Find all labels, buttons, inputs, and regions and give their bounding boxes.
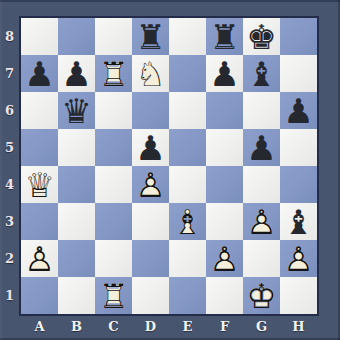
rank-label-6: 6 (0, 92, 19, 129)
square-d7[interactable]: ♞♘ (132, 55, 169, 92)
piece-white-bishop-fill: ♝ (169, 203, 206, 240)
square-g7[interactable]: ♝ (243, 55, 280, 92)
square-a1[interactable] (21, 277, 58, 314)
square-h5[interactable] (280, 129, 317, 166)
square-a7[interactable]: ♟ (21, 55, 58, 92)
square-c7[interactable]: ♜♖ (95, 55, 132, 92)
square-g6[interactable] (243, 92, 280, 129)
file-label-e: E (169, 316, 206, 336)
square-e8[interactable] (169, 18, 206, 55)
file-label-b: B (58, 316, 95, 336)
square-f3[interactable] (206, 203, 243, 240)
square-b3[interactable] (58, 203, 95, 240)
square-c8[interactable] (95, 18, 132, 55)
square-h7[interactable] (280, 55, 317, 92)
piece-white-rook-fill: ♜ (95, 277, 132, 314)
rank-label-5: 5 (0, 129, 19, 166)
piece-white-queen-fill: ♛ (21, 166, 58, 203)
square-e4[interactable] (169, 166, 206, 203)
square-b2[interactable] (58, 240, 95, 277)
rank-label-8: 8 (0, 18, 19, 55)
rank-label-7: 7 (0, 55, 19, 92)
square-a4[interactable]: ♛♕ (21, 166, 58, 203)
piece-white-pawn: ♙ (206, 240, 243, 277)
piece-white-rook: ♖ (95, 277, 132, 314)
square-b4[interactable] (58, 166, 95, 203)
square-a6[interactable] (21, 92, 58, 129)
piece-white-pawn: ♙ (243, 203, 280, 240)
square-a3[interactable] (21, 203, 58, 240)
square-e1[interactable] (169, 277, 206, 314)
square-e7[interactable] (169, 55, 206, 92)
square-b6[interactable]: ♛ (58, 92, 95, 129)
piece-white-bishop: ♗ (169, 203, 206, 240)
square-a8[interactable] (21, 18, 58, 55)
piece-white-pawn-fill: ♟ (243, 203, 280, 240)
square-f1[interactable] (206, 277, 243, 314)
square-h6[interactable]: ♟ (280, 92, 317, 129)
rank-label-2: 2 (0, 240, 19, 277)
square-g4[interactable] (243, 166, 280, 203)
piece-white-pawn-fill: ♟ (132, 166, 169, 203)
piece-black-pawn: ♟ (206, 55, 243, 92)
square-b5[interactable] (58, 129, 95, 166)
piece-white-pawn-fill: ♟ (280, 240, 317, 277)
square-g8[interactable]: ♚ (243, 18, 280, 55)
square-d5[interactable]: ♟ (132, 129, 169, 166)
square-a2[interactable]: ♟♙ (21, 240, 58, 277)
square-d8[interactable]: ♜ (132, 18, 169, 55)
square-c2[interactable] (95, 240, 132, 277)
piece-white-pawn: ♙ (132, 166, 169, 203)
square-a5[interactable] (21, 129, 58, 166)
square-g5[interactable]: ♟ (243, 129, 280, 166)
square-g2[interactable] (243, 240, 280, 277)
square-h4[interactable] (280, 166, 317, 203)
file-label-c: C (95, 316, 132, 336)
rank-label-1: 1 (0, 277, 19, 314)
square-c3[interactable] (95, 203, 132, 240)
piece-black-pawn: ♟ (132, 129, 169, 166)
piece-white-king: ♔ (243, 277, 280, 314)
square-g3[interactable]: ♟♙ (243, 203, 280, 240)
piece-black-queen: ♛ (58, 92, 95, 129)
piece-black-pawn: ♟ (280, 92, 317, 129)
piece-white-pawn: ♙ (21, 240, 58, 277)
square-h2[interactable]: ♟♙ (280, 240, 317, 277)
square-d4[interactable]: ♟♙ (132, 166, 169, 203)
piece-black-rook: ♜ (132, 18, 169, 55)
piece-white-pawn: ♙ (280, 240, 317, 277)
square-c4[interactable] (95, 166, 132, 203)
square-f7[interactable]: ♟ (206, 55, 243, 92)
square-d6[interactable] (132, 92, 169, 129)
piece-black-pawn: ♟ (21, 55, 58, 92)
file-label-h: H (280, 316, 317, 336)
square-c5[interactable] (95, 129, 132, 166)
square-h1[interactable] (280, 277, 317, 314)
square-h3[interactable]: ♝ (280, 203, 317, 240)
file-label-g: G (243, 316, 280, 336)
square-g1[interactable]: ♚♔ (243, 277, 280, 314)
piece-white-pawn-fill: ♟ (21, 240, 58, 277)
square-b8[interactable] (58, 18, 95, 55)
square-d2[interactable] (132, 240, 169, 277)
square-b1[interactable] (58, 277, 95, 314)
chess-board: ♜♜♚♟♟♜♖♞♘♟♝♛♟♟♟♛♕♟♙♝♗♟♙♝♟♙♟♙♟♙♜♖♚♔ (19, 16, 319, 316)
piece-white-king-fill: ♚ (243, 277, 280, 314)
square-e5[interactable] (169, 129, 206, 166)
piece-white-queen: ♕ (21, 166, 58, 203)
square-d3[interactable] (132, 203, 169, 240)
piece-white-pawn-fill: ♟ (206, 240, 243, 277)
file-label-d: D (132, 316, 169, 336)
square-c1[interactable]: ♜♖ (95, 277, 132, 314)
file-label-a: A (21, 316, 58, 336)
square-f4[interactable] (206, 166, 243, 203)
piece-black-bishop: ♝ (280, 203, 317, 240)
piece-black-king: ♚ (243, 18, 280, 55)
square-d1[interactable] (132, 277, 169, 314)
square-f6[interactable] (206, 92, 243, 129)
square-h8[interactable] (280, 18, 317, 55)
square-f5[interactable] (206, 129, 243, 166)
chess-diagram-frame: ♜♜♚♟♟♜♖♞♘♟♝♛♟♟♟♛♕♟♙♝♗♟♙♝♟♙♟♙♟♙♜♖♚♔ 87654… (0, 0, 340, 340)
piece-black-pawn: ♟ (58, 55, 95, 92)
square-b7[interactable]: ♟ (58, 55, 95, 92)
square-e2[interactable] (169, 240, 206, 277)
piece-black-bishop: ♝ (243, 55, 280, 92)
square-e6[interactable] (169, 92, 206, 129)
square-e3[interactable]: ♝♗ (169, 203, 206, 240)
piece-white-knight-fill: ♞ (132, 55, 169, 92)
rank-label-4: 4 (0, 166, 19, 203)
piece-white-rook-fill: ♜ (95, 55, 132, 92)
file-label-f: F (206, 316, 243, 336)
piece-white-knight: ♘ (132, 55, 169, 92)
piece-white-rook: ♖ (95, 55, 132, 92)
piece-black-pawn: ♟ (243, 129, 280, 166)
piece-black-rook: ♜ (206, 18, 243, 55)
rank-label-3: 3 (0, 203, 19, 240)
square-f8[interactable]: ♜ (206, 18, 243, 55)
square-f2[interactable]: ♟♙ (206, 240, 243, 277)
square-c6[interactable] (95, 92, 132, 129)
